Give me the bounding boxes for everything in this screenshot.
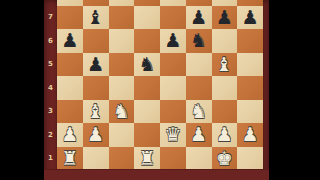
black-pawn-g7[interactable]: ♟ — [212, 6, 238, 30]
black-pawn-e6[interactable]: ♟ — [160, 29, 186, 53]
letterbox-right — [269, 0, 320, 180]
rank-label-5: 5 — [44, 59, 57, 69]
square-b1[interactable] — [83, 147, 109, 171]
square-e2[interactable]: ♛ — [160, 123, 186, 147]
rank-label-2: 2 — [44, 130, 57, 140]
square-f3[interactable]: ♞ — [186, 100, 212, 124]
square-g2[interactable]: ♟ — [212, 123, 238, 147]
square-e4[interactable] — [160, 76, 186, 100]
white-bishop-g5[interactable]: ♝ — [212, 53, 238, 77]
white-pawn-g2[interactable]: ♟ — [212, 123, 238, 147]
square-b5[interactable]: ♟ — [83, 53, 109, 77]
square-a1[interactable]: ♜ — [57, 147, 83, 171]
white-bishop-b3[interactable]: ♝ — [83, 100, 109, 124]
rank-coordinates: 87654321 — [44, 0, 57, 180]
rank-label-4: 4 — [44, 83, 57, 93]
black-bishop-b7[interactable]: ♝ — [83, 6, 109, 30]
square-d5[interactable]: ♞ — [134, 53, 160, 77]
square-f1[interactable] — [186, 147, 212, 171]
square-e6[interactable]: ♟ — [160, 29, 186, 53]
board-border-bottom — [44, 169, 269, 180]
square-c2[interactable] — [109, 123, 135, 147]
square-c5[interactable] — [109, 53, 135, 77]
square-h6[interactable] — [237, 29, 263, 53]
white-knight-c3[interactable]: ♞ — [109, 100, 135, 124]
white-rook-d1[interactable]: ♜ — [134, 147, 160, 171]
square-c6[interactable] — [109, 29, 135, 53]
square-a2[interactable]: ♟ — [57, 123, 83, 147]
letterbox-left — [0, 0, 44, 180]
square-a4[interactable] — [57, 76, 83, 100]
white-pawn-f2[interactable]: ♟ — [186, 123, 212, 147]
square-d1[interactable]: ♜ — [134, 147, 160, 171]
black-pawn-h7[interactable]: ♟ — [237, 6, 263, 30]
square-h5[interactable] — [237, 53, 263, 77]
square-b2[interactable]: ♟ — [83, 123, 109, 147]
square-g6[interactable] — [212, 29, 238, 53]
white-pawn-b2[interactable]: ♟ — [83, 123, 109, 147]
square-d6[interactable] — [134, 29, 160, 53]
square-c1[interactable] — [109, 147, 135, 171]
square-b3[interactable]: ♝ — [83, 100, 109, 124]
chess-board[interactable]: ♜♛♜♝♚♝♟♟♟♟♟♞♟♞♝♝♞♞♟♟♛♟♟♟♜♜♚ — [57, 0, 263, 170]
square-e3[interactable] — [160, 100, 186, 124]
square-c3[interactable]: ♞ — [109, 100, 135, 124]
square-d7[interactable] — [134, 6, 160, 30]
square-f7[interactable]: ♟ — [186, 6, 212, 30]
square-d4[interactable] — [134, 76, 160, 100]
white-knight-f3[interactable]: ♞ — [186, 100, 212, 124]
square-e7[interactable] — [160, 6, 186, 30]
black-knight-d5[interactable]: ♞ — [134, 53, 160, 77]
square-d3[interactable] — [134, 100, 160, 124]
rank-label-6: 6 — [44, 36, 57, 46]
rank-label-7: 7 — [44, 12, 57, 22]
white-queen-e2[interactable]: ♛ — [160, 123, 186, 147]
white-king-g1[interactable]: ♚ — [212, 147, 238, 171]
black-pawn-f7[interactable]: ♟ — [186, 6, 212, 30]
square-c7[interactable] — [109, 6, 135, 30]
rank-label-1: 1 — [44, 153, 57, 163]
square-e5[interactable] — [160, 53, 186, 77]
square-a3[interactable] — [57, 100, 83, 124]
black-pawn-a6[interactable]: ♟ — [57, 29, 83, 53]
square-f6[interactable]: ♞ — [186, 29, 212, 53]
square-a6[interactable]: ♟ — [57, 29, 83, 53]
black-knight-f6[interactable]: ♞ — [186, 29, 212, 53]
square-b6[interactable] — [83, 29, 109, 53]
white-rook-a1[interactable]: ♜ — [57, 147, 83, 171]
square-h1[interactable] — [237, 147, 263, 171]
square-h3[interactable] — [237, 100, 263, 124]
square-h4[interactable] — [237, 76, 263, 100]
square-b7[interactable]: ♝ — [83, 6, 109, 30]
black-pawn-b5[interactable]: ♟ — [83, 53, 109, 77]
square-a7[interactable] — [57, 6, 83, 30]
square-f2[interactable]: ♟ — [186, 123, 212, 147]
square-g1[interactable]: ♚ — [212, 147, 238, 171]
square-g7[interactable]: ♟ — [212, 6, 238, 30]
square-g5[interactable]: ♝ — [212, 53, 238, 77]
square-h2[interactable]: ♟ — [237, 123, 263, 147]
rank-label-3: 3 — [44, 106, 57, 116]
square-c4[interactable] — [109, 76, 135, 100]
square-h7[interactable]: ♟ — [237, 6, 263, 30]
square-a5[interactable] — [57, 53, 83, 77]
video-frame: ♜♛♜♝♚♝♟♟♟♟♟♞♟♞♝♝♞♞♟♟♛♟♟♟♜♜♚ 87654321 — [0, 0, 320, 180]
white-pawn-a2[interactable]: ♟ — [57, 123, 83, 147]
square-e1[interactable] — [160, 147, 186, 171]
square-b4[interactable] — [83, 76, 109, 100]
square-f5[interactable] — [186, 53, 212, 77]
square-d2[interactable] — [134, 123, 160, 147]
square-f4[interactable] — [186, 76, 212, 100]
square-g3[interactable] — [212, 100, 238, 124]
square-g4[interactable] — [212, 76, 238, 100]
white-pawn-h2[interactable]: ♟ — [237, 123, 263, 147]
